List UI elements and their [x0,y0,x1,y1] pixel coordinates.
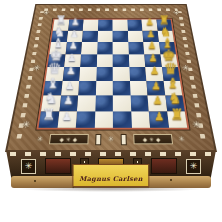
square-c3[interactable] [78,81,96,96]
square-b5[interactable] [113,95,131,111]
square-f4[interactable] [97,42,113,54]
mosaic-panel: ◆✳◆ [49,134,89,144]
square-e3[interactable] [80,54,97,67]
star-inlay-icon: ✳ [170,9,183,17]
square-g5[interactable] [113,30,128,41]
square-b2[interactable]: ♟ [59,95,78,111]
piece-white-pawn[interactable]: ♟ [67,66,76,76]
square-f6[interactable] [128,42,144,54]
piece-black-knight[interactable]: ♞ [168,91,181,106]
piece-white-pawn[interactable]: ♟ [69,40,78,50]
star-inlay-icon: ✳ [36,135,44,142]
frame-front-mosaic-band: ✳◆✳◆✳◆✳◆✳ [34,132,188,146]
square-e6[interactable] [128,54,145,67]
square-c6[interactable] [130,81,148,96]
piece-black-rook[interactable]: ♜ [170,107,184,122]
piece-black-pawn[interactable]: ♟ [151,80,160,91]
square-f5[interactable] [113,42,129,54]
square-g6[interactable] [127,30,143,41]
bar-inlay [121,134,127,145]
square-b7[interactable]: ♟ [148,95,167,111]
square-c4[interactable] [95,81,112,96]
drawer-panel[interactable] [45,158,71,174]
star-inlay-icon: ✳ [39,9,52,17]
piece-black-pawn[interactable]: ♟ [146,29,154,38]
name-plaque: Magnus Carlsen [72,164,149,187]
chess-board[interactable]: ♜♟♟♜♞♟♟♞♝♟♟♝♚♟♟♚♛♟♟♛♝♟♟♝♞♟♟♞♜♟♟♜ [36,19,189,130]
star-inlay-icon: ✳ [108,135,115,142]
square-a1[interactable]: ♜ [39,111,59,128]
star-inlay-icon: ✳ [29,63,44,74]
piece-white-pawn[interactable]: ♟ [65,80,74,91]
drawer-panel[interactable] [151,158,177,174]
piece-white-pawn[interactable]: ♟ [62,111,72,122]
piece-black-pawn[interactable]: ♟ [150,66,159,76]
piece-white-pawn[interactable]: ♟ [68,53,77,63]
square-g3[interactable] [82,30,98,41]
square-h4[interactable] [98,20,113,31]
square-a2[interactable]: ♟ [57,111,77,128]
square-a3[interactable] [76,111,95,128]
piece-black-pawn[interactable]: ♟ [152,95,162,106]
square-a8[interactable]: ♜ [167,111,188,128]
mosaic-panel: ◆✳◆ [133,134,173,144]
chess-box-top: ✳ ✳ ✳ ✳ ✳ ✳ ✳◆✳◆✳◆✳◆✳ ♜♟♟♜♞♟♟♞♝♟♟♝♚♟♟♚♛♟… [5,4,217,152]
square-h5[interactable] [112,20,127,31]
chess-set-photo: ✳ ✳ ✳ ✳ ✳ ✳ ✳◆✳◆✳◆✳◆✳ ♜♟♟♜♞♟♟♞♝♟♟♝♚♟♟♚♛♟… [0,0,222,222]
square-c5[interactable] [113,81,130,96]
square-d3[interactable] [79,67,96,81]
square-g4[interactable] [97,30,112,41]
medallion-star-inlay: ✳ [21,159,36,174]
medallion-star-inlay: ✳ [186,159,201,174]
bar-inlay [95,134,101,145]
piece-white-knight[interactable]: ♞ [44,91,57,106]
square-a7[interactable]: ♟ [149,111,169,128]
front-dash-inlay [10,152,212,156]
plaque-text: Magnus Carlsen [79,175,142,183]
frame-inlay-band-top [44,9,178,12]
square-b6[interactable] [130,95,149,111]
square-a4[interactable] [94,111,113,128]
piece-black-pawn[interactable]: ♟ [147,40,156,50]
square-h3[interactable] [83,20,98,31]
piece-black-pawn[interactable]: ♟ [154,111,164,122]
piece-white-pawn[interactable]: ♟ [70,29,78,38]
square-a6[interactable] [131,111,150,128]
square-d4[interactable] [96,67,113,81]
square-d5[interactable] [113,67,130,81]
star-inlay-icon: ✳ [17,117,35,131]
piece-black-pawn[interactable]: ♟ [145,18,153,27]
square-a5[interactable] [113,111,132,128]
piece-black-pawn[interactable]: ♟ [149,53,158,63]
square-b3[interactable] [77,95,95,111]
square-b4[interactable] [95,95,113,111]
piece-white-pawn[interactable]: ♟ [71,18,79,27]
square-e4[interactable] [96,54,112,67]
star-inlay-icon: ✳ [188,117,206,131]
square-e5[interactable] [113,54,129,67]
square-d6[interactable] [129,67,146,81]
piece-white-rook[interactable]: ♜ [42,107,56,122]
square-h6[interactable] [127,20,142,31]
piece-white-pawn[interactable]: ♟ [64,95,74,106]
square-f3[interactable] [81,42,97,54]
star-inlay-icon: ✳ [178,135,186,142]
